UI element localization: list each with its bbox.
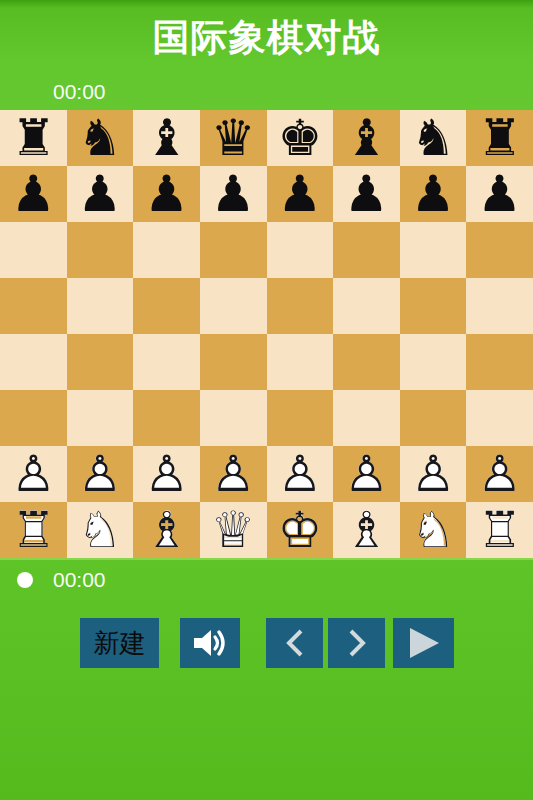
square-h3[interactable] xyxy=(466,390,533,446)
white-turn-indicator xyxy=(17,572,33,588)
piece-white-king: ♚♔ xyxy=(267,502,334,558)
square-f7[interactable]: ♟ xyxy=(333,166,400,222)
square-c1[interactable]: ♝♗ xyxy=(133,502,200,558)
square-e8[interactable]: ♚ xyxy=(267,110,334,166)
square-h7[interactable]: ♟ xyxy=(466,166,533,222)
square-d2[interactable]: ♟♙ xyxy=(200,446,267,502)
square-h8[interactable]: ♜ xyxy=(466,110,533,166)
piece-black-knight: ♞ xyxy=(67,110,134,166)
square-d4[interactable] xyxy=(200,334,267,390)
square-a5[interactable] xyxy=(0,278,67,334)
square-g4[interactable] xyxy=(400,334,467,390)
square-c4[interactable] xyxy=(133,334,200,390)
piece-white-bishop: ♝♗ xyxy=(133,502,200,558)
square-d8[interactable]: ♛ xyxy=(200,110,267,166)
square-b2[interactable]: ♟♙ xyxy=(67,446,134,502)
piece-white-pawn: ♟♙ xyxy=(400,446,467,502)
square-d1[interactable]: ♛♕ xyxy=(200,502,267,558)
square-f6[interactable] xyxy=(333,222,400,278)
square-f2[interactable]: ♟♙ xyxy=(333,446,400,502)
square-e1[interactable]: ♚♔ xyxy=(267,502,334,558)
piece-black-queen: ♛ xyxy=(200,110,267,166)
square-h1[interactable]: ♜♖ xyxy=(466,502,533,558)
piece-black-pawn: ♟ xyxy=(133,166,200,222)
piece-black-pawn: ♟ xyxy=(67,166,134,222)
square-f1[interactable]: ♝♗ xyxy=(333,502,400,558)
square-g7[interactable]: ♟ xyxy=(400,166,467,222)
piece-black-pawn: ♟ xyxy=(200,166,267,222)
square-g5[interactable] xyxy=(400,278,467,334)
square-b5[interactable] xyxy=(67,278,134,334)
square-a3[interactable] xyxy=(0,390,67,446)
chevron-right-icon xyxy=(343,626,371,660)
piece-white-pawn: ♟♙ xyxy=(133,446,200,502)
square-g1[interactable]: ♞♘ xyxy=(400,502,467,558)
square-a8[interactable]: ♜ xyxy=(0,110,67,166)
square-a2[interactable]: ♟♙ xyxy=(0,446,67,502)
square-a1[interactable]: ♜♖ xyxy=(0,502,67,558)
square-h5[interactable] xyxy=(466,278,533,334)
piece-black-bishop: ♝ xyxy=(133,110,200,166)
piece-black-pawn: ♟ xyxy=(0,166,67,222)
piece-black-king: ♚ xyxy=(267,110,334,166)
square-g8[interactable]: ♞ xyxy=(400,110,467,166)
piece-white-knight: ♞♘ xyxy=(400,502,467,558)
square-c5[interactable] xyxy=(133,278,200,334)
square-d3[interactable] xyxy=(200,390,267,446)
square-h6[interactable] xyxy=(466,222,533,278)
square-e4[interactable] xyxy=(267,334,334,390)
square-c2[interactable]: ♟♙ xyxy=(133,446,200,502)
square-b6[interactable] xyxy=(67,222,134,278)
piece-black-pawn: ♟ xyxy=(333,166,400,222)
piece-white-pawn: ♟♙ xyxy=(67,446,134,502)
previous-move-button[interactable] xyxy=(266,618,323,668)
app-screen: 国际象棋对战 00:00 ♜♞♝♛♚♝♞♜♟♟♟♟♟♟♟♟♟♙♟♙♟♙♟♙♟♙♟… xyxy=(0,0,533,800)
piece-black-rook: ♜ xyxy=(0,110,67,166)
piece-black-pawn: ♟ xyxy=(267,166,334,222)
square-d5[interactable] xyxy=(200,278,267,334)
square-g3[interactable] xyxy=(400,390,467,446)
chess-board: ♜♞♝♛♚♝♞♜♟♟♟♟♟♟♟♟♟♙♟♙♟♙♟♙♟♙♟♙♟♙♟♙♜♖♞♘♝♗♛♕… xyxy=(0,110,533,558)
square-h4[interactable] xyxy=(466,334,533,390)
chevron-left-icon xyxy=(281,626,309,660)
speaker-on-icon xyxy=(191,627,229,659)
sound-button[interactable] xyxy=(180,618,240,668)
square-a4[interactable] xyxy=(0,334,67,390)
square-e6[interactable] xyxy=(267,222,334,278)
black-clock: 00:00 xyxy=(53,81,106,103)
piece-white-rook: ♜♖ xyxy=(466,502,533,558)
square-f4[interactable] xyxy=(333,334,400,390)
square-f5[interactable] xyxy=(333,278,400,334)
piece-white-pawn: ♟♙ xyxy=(200,446,267,502)
new-game-button[interactable]: 新建 xyxy=(80,618,159,668)
square-c8[interactable]: ♝ xyxy=(133,110,200,166)
piece-black-rook: ♜ xyxy=(466,110,533,166)
square-h2[interactable]: ♟♙ xyxy=(466,446,533,502)
square-d7[interactable]: ♟ xyxy=(200,166,267,222)
title-bar: 国际象棋对战 xyxy=(0,0,533,66)
square-f8[interactable]: ♝ xyxy=(333,110,400,166)
square-b8[interactable]: ♞ xyxy=(67,110,134,166)
piece-black-pawn: ♟ xyxy=(400,166,467,222)
piece-black-knight: ♞ xyxy=(400,110,467,166)
piece-black-bishop: ♝ xyxy=(333,110,400,166)
square-c7[interactable]: ♟ xyxy=(133,166,200,222)
piece-white-pawn: ♟♙ xyxy=(333,446,400,502)
piece-white-bishop: ♝♗ xyxy=(333,502,400,558)
next-move-button[interactable] xyxy=(328,618,385,668)
piece-white-pawn: ♟♙ xyxy=(0,446,67,502)
square-b7[interactable]: ♟ xyxy=(67,166,134,222)
piece-white-pawn: ♟♙ xyxy=(267,446,334,502)
piece-black-pawn: ♟ xyxy=(466,166,533,222)
square-g2[interactable]: ♟♙ xyxy=(400,446,467,502)
square-c6[interactable] xyxy=(133,222,200,278)
white-clock: 00:00 xyxy=(53,569,106,591)
square-e2[interactable]: ♟♙ xyxy=(267,446,334,502)
square-e7[interactable]: ♟ xyxy=(267,166,334,222)
square-a7[interactable]: ♟ xyxy=(0,166,67,222)
square-g6[interactable] xyxy=(400,222,467,278)
piece-white-rook: ♜♖ xyxy=(0,502,67,558)
square-a6[interactable] xyxy=(0,222,67,278)
square-d6[interactable] xyxy=(200,222,267,278)
square-e3[interactable] xyxy=(267,390,334,446)
square-e5[interactable] xyxy=(267,278,334,334)
play-button[interactable] xyxy=(393,618,454,668)
piece-white-queen: ♛♕ xyxy=(200,502,267,558)
piece-white-knight: ♞♘ xyxy=(67,502,134,558)
square-f3[interactable] xyxy=(333,390,400,446)
square-b4[interactable] xyxy=(67,334,134,390)
piece-white-pawn: ♟♙ xyxy=(466,446,533,502)
play-icon xyxy=(405,625,443,661)
square-b3[interactable] xyxy=(67,390,134,446)
app-title: 国际象棋对战 xyxy=(0,17,533,59)
square-c3[interactable] xyxy=(133,390,200,446)
square-b1[interactable]: ♞♘ xyxy=(67,502,134,558)
